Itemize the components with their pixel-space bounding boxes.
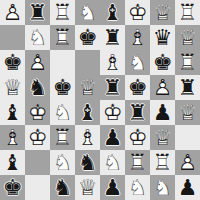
square-f6[interactable]: ♞♘ (125, 50, 150, 75)
piece-wK: ♚♔ (25, 100, 50, 125)
square-a7[interactable] (0, 25, 25, 50)
square-a6[interactable]: ♚ (0, 50, 25, 75)
square-h6[interactable]: ♜♖ (175, 50, 200, 75)
square-e8[interactable]: ♝ (100, 0, 125, 25)
square-f4[interactable]: ♜ (125, 100, 150, 125)
square-b8[interactable]: ♜ (25, 0, 50, 25)
chess-board: ♟♙♜♜♖♞♘♝♚♔♛♕♜♖♞♘♜♖♚♜♝♗♛♛♕♚♟♙♝♗♞♘♚♜♖♛♕♞♚♛… (0, 0, 200, 200)
piece-wQ: ♛♕ (75, 175, 100, 200)
piece-bK: ♚ (150, 50, 175, 75)
square-b3[interactable]: ♚♔ (25, 125, 50, 150)
square-e5[interactable]: ♜ (100, 75, 125, 100)
square-g6[interactable]: ♚ (150, 50, 175, 75)
piece-wN: ♞♘ (75, 0, 100, 25)
square-c5[interactable]: ♚ (50, 75, 75, 100)
piece-wP: ♟♙ (150, 75, 175, 100)
square-c6[interactable] (50, 50, 75, 75)
piece-wR: ♜♖ (175, 50, 200, 75)
piece-wB: ♝♗ (75, 125, 100, 150)
piece-wQ: ♛♕ (150, 125, 175, 150)
piece-wQ: ♛♕ (0, 75, 25, 100)
square-h1[interactable]: ♟ (175, 175, 200, 200)
square-d1[interactable]: ♛♕ (75, 175, 100, 200)
piece-bB: ♝ (0, 150, 25, 175)
square-h8[interactable]: ♜♖ (175, 0, 200, 25)
piece-wN: ♞♘ (50, 150, 75, 175)
square-e2[interactable]: ♞♘ (100, 150, 125, 175)
square-h7[interactable]: ♛♕ (175, 25, 200, 50)
square-f7[interactable]: ♝♗ (125, 25, 150, 50)
square-h4[interactable]: ♛♕ (175, 100, 200, 125)
piece-wR: ♜♖ (125, 150, 150, 175)
piece-bK: ♚ (50, 75, 75, 100)
square-a8[interactable]: ♟♙ (0, 0, 25, 25)
piece-bK: ♚ (75, 25, 100, 50)
square-d4[interactable]: ♝ (75, 100, 100, 125)
square-b6[interactable]: ♟♙ (25, 50, 50, 75)
piece-bK: ♚ (0, 175, 25, 200)
square-f1[interactable]: ♞♘ (125, 175, 150, 200)
square-h3[interactable] (175, 125, 200, 150)
square-d2[interactable]: ♞ (75, 150, 100, 175)
piece-bP: ♟ (100, 125, 125, 150)
square-c3[interactable]: ♜♖ (50, 125, 75, 150)
piece-bB: ♝ (75, 100, 100, 125)
piece-wN: ♞♘ (125, 175, 150, 200)
square-a3[interactable]: ♝♗ (0, 125, 25, 150)
square-a5[interactable]: ♛♕ (0, 75, 25, 100)
piece-bP: ♟ (150, 100, 175, 125)
square-h5[interactable]: ♜ (175, 75, 200, 100)
piece-wQ: ♛♕ (175, 25, 200, 50)
piece-wK: ♚♔ (125, 0, 150, 25)
piece-wK: ♚♔ (100, 100, 125, 125)
piece-bR: ♜ (100, 25, 125, 50)
piece-wN: ♞♘ (50, 100, 75, 125)
square-c2[interactable]: ♞♘ (50, 150, 75, 175)
piece-wP: ♟♙ (25, 50, 50, 75)
square-c7[interactable]: ♜♖ (50, 25, 75, 50)
piece-wR: ♜♖ (175, 0, 200, 25)
square-f5[interactable]: ♚ (125, 75, 150, 100)
square-g1[interactable]: ♞♘ (150, 175, 175, 200)
square-a1[interactable]: ♚ (0, 175, 25, 200)
square-b4[interactable]: ♚♔ (25, 100, 50, 125)
square-a2[interactable]: ♝ (0, 150, 25, 175)
piece-wR: ♜♖ (50, 0, 75, 25)
piece-wB: ♝♗ (100, 50, 125, 75)
square-d6[interactable] (75, 50, 100, 75)
piece-wK: ♚♔ (125, 125, 150, 150)
square-e1[interactable]: ♟ (100, 175, 125, 200)
piece-wQ: ♛♕ (75, 75, 100, 100)
square-g4[interactable]: ♟ (150, 100, 175, 125)
square-g7[interactable]: ♛ (150, 25, 175, 50)
piece-wN: ♞♘ (25, 25, 50, 50)
square-b7[interactable]: ♞♘ (25, 25, 50, 50)
piece-wN: ♞♘ (150, 175, 175, 200)
square-f8[interactable]: ♚♔ (125, 0, 150, 25)
piece-bK: ♚ (0, 50, 25, 75)
piece-bN: ♞ (25, 75, 50, 100)
piece-wB: ♝♗ (0, 125, 25, 150)
square-e4[interactable]: ♚♔ (100, 100, 125, 125)
square-f3[interactable]: ♚♔ (125, 125, 150, 150)
piece-bN: ♞ (75, 150, 100, 175)
square-c1[interactable]: ♞ (50, 175, 75, 200)
square-b1[interactable] (25, 175, 50, 200)
square-e7[interactable]: ♜ (100, 25, 125, 50)
square-d5[interactable]: ♛♕ (75, 75, 100, 100)
square-b5[interactable]: ♞ (25, 75, 50, 100)
square-c8[interactable]: ♜♖ (50, 0, 75, 25)
square-e6[interactable]: ♝♗ (100, 50, 125, 75)
piece-wR: ♜♖ (50, 125, 75, 150)
piece-wP: ♟♙ (175, 150, 200, 175)
square-d3[interactable]: ♝♗ (75, 125, 100, 150)
square-g2[interactable]: ♜♖ (150, 150, 175, 175)
piece-wN: ♞♘ (125, 50, 150, 75)
square-g5[interactable]: ♟♙ (150, 75, 175, 100)
square-c4[interactable]: ♞♘ (50, 100, 75, 125)
square-b2[interactable] (25, 150, 50, 175)
piece-bR: ♜ (125, 100, 150, 125)
square-g8[interactable]: ♛♕ (150, 0, 175, 25)
piece-wN: ♞♘ (100, 150, 125, 175)
square-g3[interactable]: ♛♕ (150, 125, 175, 150)
piece-bP: ♟ (175, 175, 200, 200)
piece-bR: ♜ (100, 75, 125, 100)
piece-bR: ♜ (25, 0, 50, 25)
piece-bP: ♟ (100, 175, 125, 200)
piece-bB: ♝ (100, 0, 125, 25)
piece-wK: ♚♔ (25, 125, 50, 150)
piece-bB: ♝ (0, 100, 25, 125)
piece-wB: ♝♗ (125, 25, 150, 50)
square-a4[interactable]: ♝ (0, 100, 25, 125)
piece-wQ: ♛♕ (175, 100, 200, 125)
square-h2[interactable]: ♟♙ (175, 150, 200, 175)
square-e3[interactable]: ♟ (100, 125, 125, 150)
square-f2[interactable]: ♜♖ (125, 150, 150, 175)
piece-wR: ♜♖ (150, 150, 175, 175)
piece-wR: ♜♖ (50, 25, 75, 50)
piece-bK: ♚ (125, 75, 150, 100)
square-d7[interactable]: ♚ (75, 25, 100, 50)
piece-bN: ♞ (50, 175, 75, 200)
piece-bR: ♜ (175, 75, 200, 100)
piece-wQ: ♛♕ (150, 0, 175, 25)
piece-bQ: ♛ (150, 25, 175, 50)
piece-wP: ♟♙ (0, 0, 25, 25)
square-d8[interactable]: ♞♘ (75, 0, 100, 25)
